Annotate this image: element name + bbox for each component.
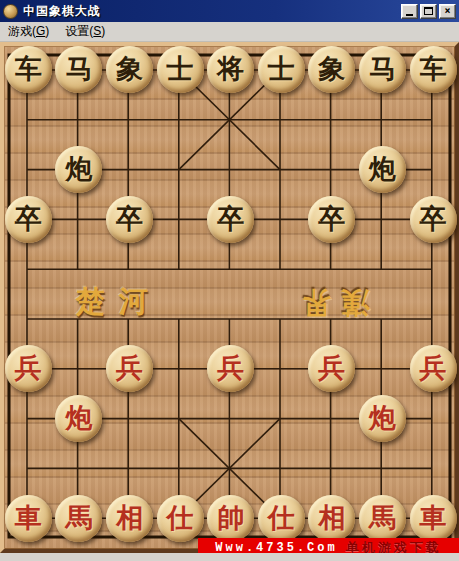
piece-glyph: 車: [15, 504, 42, 531]
piece-glyph: 车: [420, 55, 447, 82]
piece-glyph: 将: [217, 55, 244, 82]
piece-glyph: 卒: [15, 205, 42, 232]
piece-glyph: 相: [116, 504, 143, 531]
piece-glyph: 馬: [369, 504, 396, 531]
piece-glyph: 帥: [217, 504, 244, 531]
piece-glyph: 象: [318, 55, 345, 82]
piece-glyph: 兵: [318, 354, 345, 381]
maximize-icon: [424, 7, 433, 15]
piece-black-advisor[interactable]: 士: [258, 46, 305, 93]
piece-glyph: 士: [167, 55, 194, 82]
piece-glyph: 炮: [65, 155, 92, 182]
piece-black-soldier[interactable]: 卒: [5, 196, 52, 243]
piece-glyph: 马: [369, 55, 396, 82]
app-icon: [3, 4, 18, 19]
piece-red-soldier[interactable]: 兵: [106, 345, 153, 392]
menu-settings-label: 设置(: [65, 24, 93, 38]
piece-red-soldier[interactable]: 兵: [410, 345, 457, 392]
piece-black-cannon[interactable]: 炮: [359, 146, 406, 193]
piece-glyph: 相: [318, 504, 345, 531]
close-button[interactable]: ×: [439, 4, 456, 19]
piece-black-chariot[interactable]: 车: [410, 46, 457, 93]
titlebar[interactable]: 中国象棋大战 ×: [0, 0, 459, 22]
piece-black-soldier[interactable]: 卒: [410, 196, 457, 243]
piece-red-advisor[interactable]: 仕: [157, 495, 204, 542]
river-label-chu: 楚河: [76, 282, 162, 322]
piece-black-advisor[interactable]: 士: [157, 46, 204, 93]
piece-glyph: 車: [420, 504, 447, 531]
window-title: 中国象棋大战: [23, 3, 399, 20]
piece-red-elephant[interactable]: 相: [106, 495, 153, 542]
menu-game-label: 游戏(: [8, 24, 36, 38]
piece-glyph: 兵: [217, 354, 244, 381]
piece-red-soldier[interactable]: 兵: [207, 345, 254, 392]
piece-red-chariot[interactable]: 車: [5, 495, 52, 542]
piece-glyph: 仕: [167, 504, 194, 531]
piece-glyph: 炮: [369, 404, 396, 431]
xiangqi-board[interactable]: 楚河 漢界 车马象士将士象马车炮炮卒卒卒卒卒兵兵兵兵兵炮炮車馬相仕帥仕相馬車: [0, 42, 459, 553]
piece-glyph: 炮: [369, 155, 396, 182]
menu-game-hotkey: G: [36, 24, 45, 38]
board-grid: [4, 46, 455, 549]
river-label-han: 漢界: [292, 282, 370, 322]
minimize-button[interactable]: [401, 4, 418, 19]
piece-black-soldier[interactable]: 卒: [308, 196, 355, 243]
piece-glyph: 卒: [318, 205, 345, 232]
piece-black-soldier[interactable]: 卒: [207, 196, 254, 243]
piece-red-cannon[interactable]: 炮: [359, 395, 406, 442]
piece-glyph: 兵: [420, 354, 447, 381]
piece-red-advisor[interactable]: 仕: [258, 495, 305, 542]
piece-black-soldier[interactable]: 卒: [106, 196, 153, 243]
piece-glyph: 炮: [65, 404, 92, 431]
close-icon: ×: [444, 6, 450, 16]
menu-settings[interactable]: 设置(S): [57, 21, 113, 42]
piece-red-elephant[interactable]: 相: [308, 495, 355, 542]
piece-glyph: 仕: [268, 504, 295, 531]
piece-red-general[interactable]: 帥: [207, 495, 254, 542]
menubar: 游戏(G) 设置(S): [0, 22, 459, 42]
piece-glyph: 士: [268, 55, 295, 82]
piece-glyph: 卒: [217, 205, 244, 232]
piece-glyph: 兵: [116, 354, 143, 381]
piece-black-chariot[interactable]: 车: [5, 46, 52, 93]
piece-black-horse[interactable]: 马: [359, 46, 406, 93]
piece-glyph: 马: [65, 55, 92, 82]
app-window: 中国象棋大战 × 游戏(G) 设置(S): [0, 0, 459, 561]
piece-glyph: 卒: [116, 205, 143, 232]
minimize-icon: [406, 14, 413, 16]
piece-red-chariot[interactable]: 車: [410, 495, 457, 542]
piece-glyph: 象: [116, 55, 143, 82]
menu-settings-label-end: ): [101, 24, 105, 38]
piece-glyph: 卒: [420, 205, 447, 232]
piece-glyph: 车: [15, 55, 42, 82]
window-bottom-edge: [0, 553, 459, 561]
piece-red-horse[interactable]: 馬: [55, 495, 102, 542]
menu-game-label-end: ): [45, 24, 49, 38]
piece-red-horse[interactable]: 馬: [359, 495, 406, 542]
menu-game[interactable]: 游戏(G): [0, 21, 57, 42]
piece-glyph: 馬: [65, 504, 92, 531]
maximize-button[interactable]: [420, 4, 437, 19]
piece-glyph: 兵: [15, 354, 42, 381]
piece-red-soldier[interactable]: 兵: [5, 345, 52, 392]
